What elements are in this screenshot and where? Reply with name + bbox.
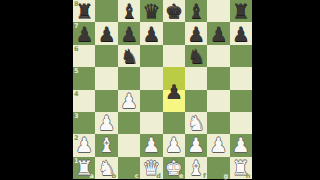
square-a7[interactable]: 7♟: [73, 22, 95, 44]
piece-white-king[interactable]: ♚: [165, 157, 183, 179]
piece-black-knight[interactable]: ♞: [120, 45, 138, 67]
piece-black-pawn[interactable]: ♟: [75, 23, 93, 45]
square-d1[interactable]: d♛: [140, 157, 162, 179]
square-h7[interactable]: ♟: [230, 22, 252, 44]
piece-black-pawn[interactable]: ♟: [142, 23, 160, 45]
file-label-c: c: [135, 173, 139, 180]
square-f3[interactable]: ♞: [185, 112, 207, 134]
square-c7[interactable]: ♟: [118, 22, 140, 44]
square-a4[interactable]: 4: [73, 90, 95, 112]
piece-white-pawn[interactable]: ♟: [75, 134, 93, 156]
square-g6[interactable]: [207, 45, 229, 67]
piece-black-queen[interactable]: ♛: [142, 0, 160, 22]
rank-label-3: 3: [74, 113, 79, 120]
piece-black-pawn[interactable]: ♟: [232, 23, 250, 45]
square-d3[interactable]: [140, 112, 162, 134]
square-h1[interactable]: h♜: [230, 157, 252, 179]
square-a8[interactable]: 8♜: [73, 0, 95, 22]
square-f2[interactable]: ♟: [185, 134, 207, 156]
piece-white-bishop[interactable]: ♝: [187, 157, 205, 179]
video-frame-letterboxed: 8♜♝♛♚♝♜7♟♟♟♟♟♟♟6♞♞54♟♟3♟♞2♟♝♟♟♟♟♟1a♜b♞cd…: [0, 0, 320, 180]
piece-black-king[interactable]: ♚: [165, 0, 183, 22]
square-g2[interactable]: ♟: [207, 134, 229, 156]
piece-black-bishop[interactable]: ♝: [187, 0, 205, 22]
square-f4[interactable]: [185, 90, 207, 112]
square-h4[interactable]: [230, 90, 252, 112]
piece-black-rook[interactable]: ♜: [75, 0, 93, 22]
square-d4[interactable]: [140, 90, 162, 112]
square-a2[interactable]: 2♟: [73, 134, 95, 156]
rank-label-6: 6: [74, 46, 79, 53]
piece-white-pawn[interactable]: ♟: [98, 112, 116, 134]
square-d6[interactable]: [140, 45, 162, 67]
piece-white-pawn[interactable]: ♟: [187, 134, 205, 156]
piece-black-pawn[interactable]: ♟: [98, 23, 116, 45]
square-h5[interactable]: [230, 67, 252, 89]
piece-white-pawn[interactable]: ♟: [232, 134, 250, 156]
square-a3[interactable]: 3: [73, 112, 95, 134]
square-e4[interactable]: ♟: [163, 90, 185, 112]
square-h3[interactable]: [230, 112, 252, 134]
chessboard: 8♜♝♛♚♝♜7♟♟♟♟♟♟♟6♞♞54♟♟3♟♞2♟♝♟♟♟♟♟1a♜b♞cd…: [73, 0, 252, 179]
piece-black-pawn[interactable]: ♟: [187, 23, 205, 45]
piece-black-pawn[interactable]: ♟: [209, 23, 227, 45]
square-h6[interactable]: [230, 45, 252, 67]
square-f8[interactable]: ♝: [185, 0, 207, 22]
square-g7[interactable]: ♟: [207, 22, 229, 44]
square-d2[interactable]: ♟: [140, 134, 162, 156]
square-c4[interactable]: ♟: [118, 90, 140, 112]
square-b2[interactable]: ♝: [95, 134, 117, 156]
square-e2[interactable]: ♟: [163, 134, 185, 156]
piece-black-knight[interactable]: ♞: [187, 45, 205, 67]
square-e6[interactable]: [163, 45, 185, 67]
square-f1[interactable]: f♝: [185, 157, 207, 179]
piece-white-rook[interactable]: ♜: [75, 157, 93, 179]
square-b1[interactable]: b♞: [95, 157, 117, 179]
square-b5[interactable]: [95, 67, 117, 89]
piece-white-knight[interactable]: ♞: [187, 112, 205, 134]
piece-black-pawn[interactable]: ♟: [165, 80, 183, 102]
square-g3[interactable]: [207, 112, 229, 134]
square-g5[interactable]: [207, 67, 229, 89]
square-b4[interactable]: [95, 90, 117, 112]
square-d5[interactable]: [140, 67, 162, 89]
square-e7[interactable]: [163, 22, 185, 44]
square-c3[interactable]: [118, 112, 140, 134]
piece-white-bishop[interactable]: ♝: [98, 134, 116, 156]
file-label-g: g: [223, 173, 228, 180]
piece-white-knight[interactable]: ♞: [98, 157, 116, 179]
square-e8[interactable]: ♚: [163, 0, 185, 22]
square-c2[interactable]: [118, 134, 140, 156]
square-g4[interactable]: [207, 90, 229, 112]
square-d7[interactable]: ♟: [140, 22, 162, 44]
square-c8[interactable]: ♝: [118, 0, 140, 22]
piece-white-rook[interactable]: ♜: [232, 157, 250, 179]
square-a1[interactable]: 1a♜: [73, 157, 95, 179]
square-c5[interactable]: [118, 67, 140, 89]
square-a5[interactable]: 5: [73, 67, 95, 89]
piece-white-pawn[interactable]: ♟: [120, 90, 138, 112]
square-b7[interactable]: ♟: [95, 22, 117, 44]
rank-label-4: 4: [74, 91, 79, 98]
square-h8[interactable]: ♜: [230, 0, 252, 22]
piece-white-pawn[interactable]: ♟: [209, 134, 227, 156]
rank-label-5: 5: [74, 68, 79, 75]
square-e3[interactable]: [163, 112, 185, 134]
square-h2[interactable]: ♟: [230, 134, 252, 156]
piece-black-pawn[interactable]: ♟: [120, 23, 138, 45]
square-f6[interactable]: ♞: [185, 45, 207, 67]
square-b3[interactable]: ♟: [95, 112, 117, 134]
square-f7[interactable]: ♟: [185, 22, 207, 44]
piece-black-bishop[interactable]: ♝: [120, 0, 138, 22]
piece-black-rook[interactable]: ♜: [232, 0, 250, 22]
square-f5[interactable]: [185, 67, 207, 89]
square-e1[interactable]: e♚: [163, 157, 185, 179]
square-a6[interactable]: 6: [73, 45, 95, 67]
piece-white-pawn[interactable]: ♟: [142, 134, 160, 156]
square-d8[interactable]: ♛: [140, 0, 162, 22]
square-b6[interactable]: [95, 45, 117, 67]
piece-white-pawn[interactable]: ♟: [165, 134, 183, 156]
piece-white-queen[interactable]: ♛: [142, 157, 160, 179]
square-g1[interactable]: g: [207, 157, 229, 179]
square-c6[interactable]: ♞: [118, 45, 140, 67]
square-g8[interactable]: [207, 0, 229, 22]
square-b8[interactable]: [95, 0, 117, 22]
square-c1[interactable]: c: [118, 157, 140, 179]
